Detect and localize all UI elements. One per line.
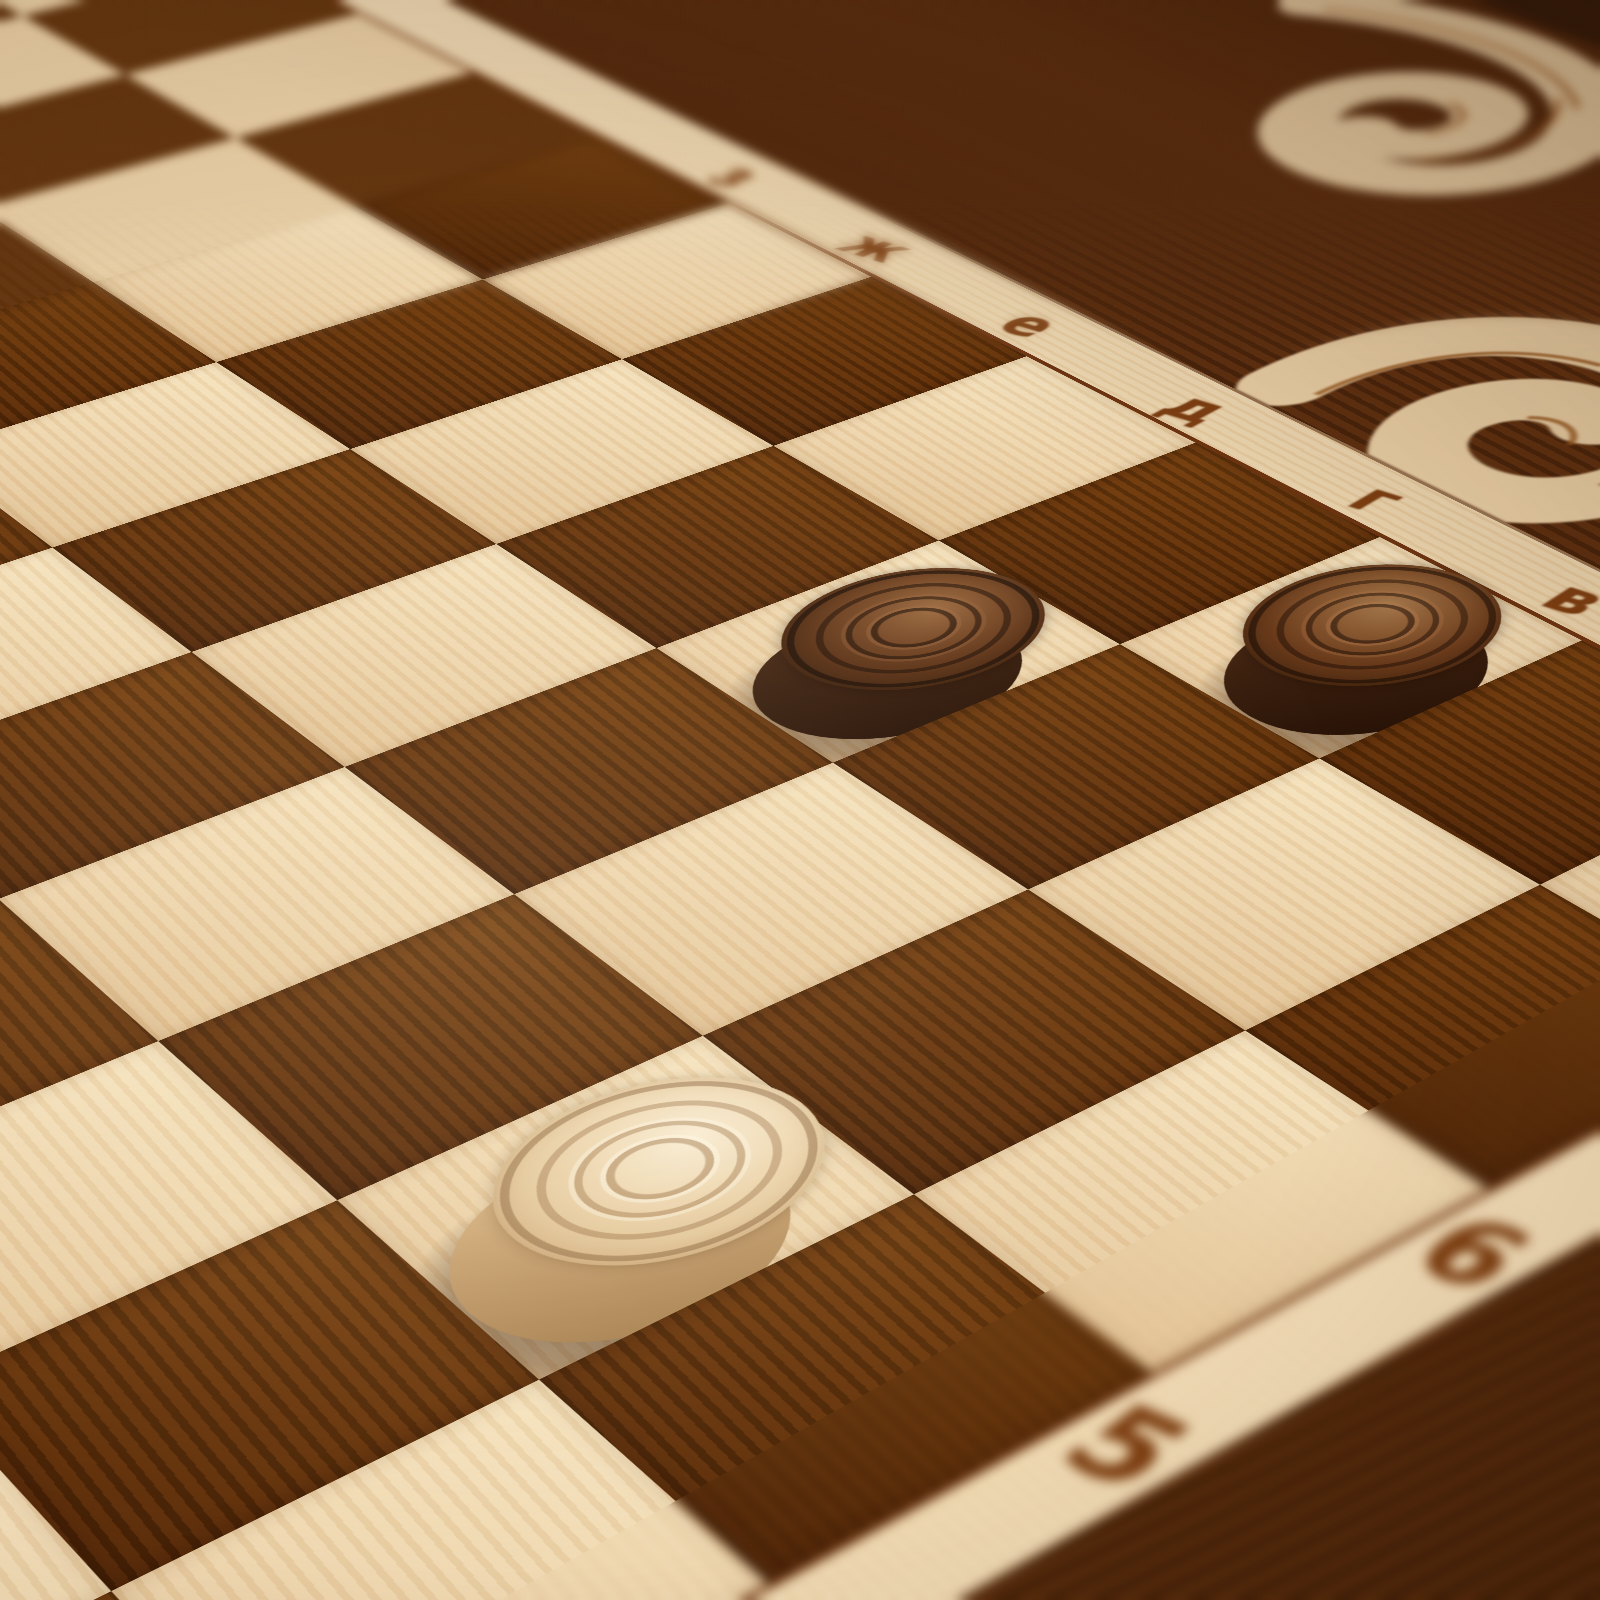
photo-viewport: зжедгвба 87654321 ⛃⛃⛂ [0,0,1600,1600]
board-plane: зжедгвба 87654321 ⛃⛃⛂ [0,0,1600,1600]
